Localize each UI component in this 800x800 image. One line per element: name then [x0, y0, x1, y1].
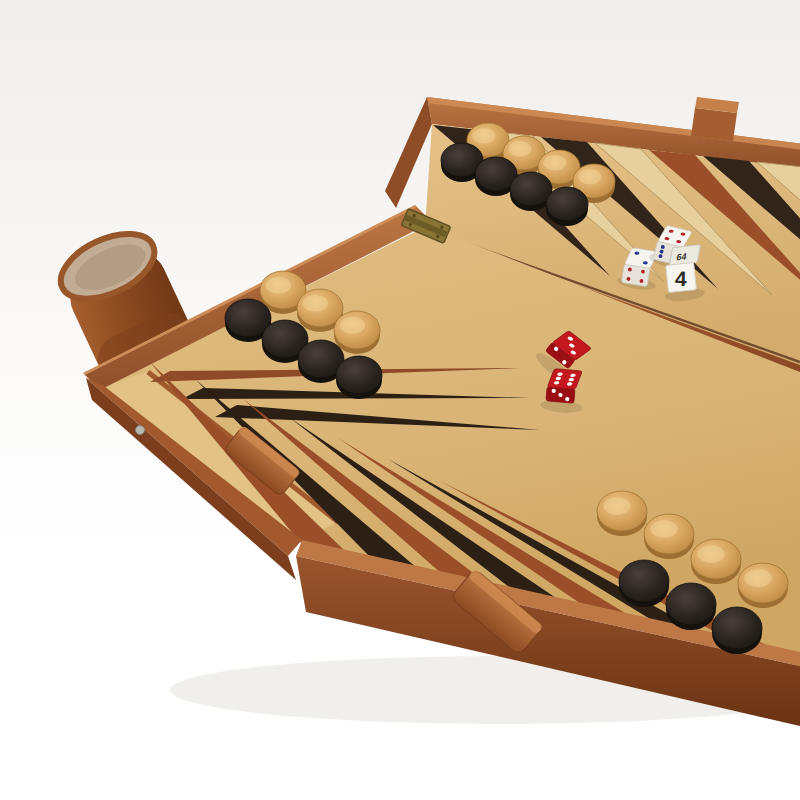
- wood-block-far-rail: [691, 97, 739, 141]
- checker-light[interactable]: [738, 563, 788, 608]
- checker-light[interactable]: [334, 311, 380, 354]
- metal-stud: [136, 426, 145, 435]
- checker-light[interactable]: [691, 539, 741, 584]
- checker-dark[interactable]: [666, 583, 716, 630]
- checker-light[interactable]: [644, 514, 694, 559]
- checker-dark[interactable]: [712, 607, 762, 654]
- checker-dark[interactable]: [336, 356, 382, 399]
- checker-light[interactable]: [597, 491, 647, 536]
- backgammon-photo-scene: 64 4: [0, 0, 800, 800]
- doubling-cube-front-value: 4: [675, 267, 688, 290]
- checker-dark[interactable]: [619, 560, 669, 607]
- checker-dark[interactable]: [546, 187, 588, 226]
- far-left-rail-sliver: [385, 97, 432, 208]
